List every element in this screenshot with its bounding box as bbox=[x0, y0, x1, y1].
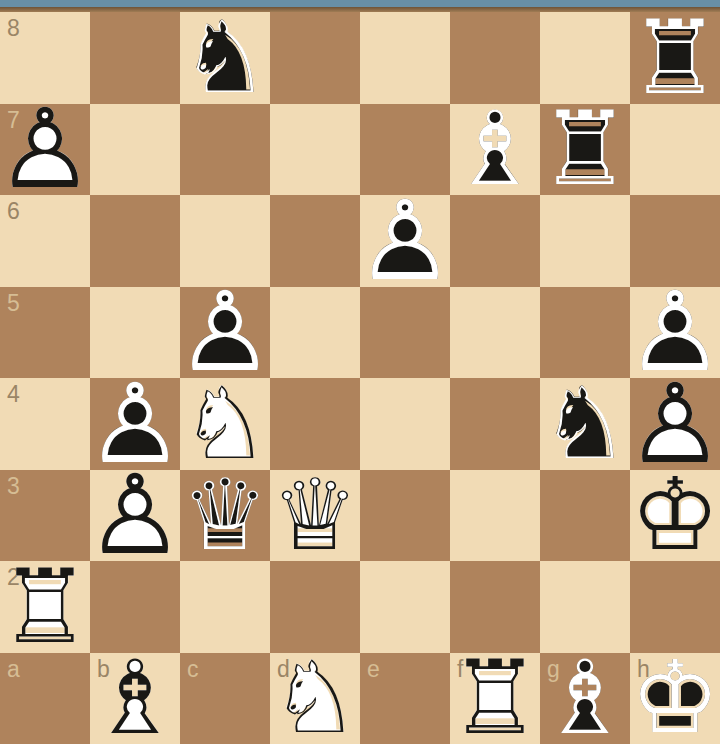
square-e1[interactable]: e bbox=[360, 653, 450, 744]
square-c4[interactable]: ♞♘ bbox=[180, 378, 270, 470]
square-b3[interactable]: ♟♙ bbox=[90, 470, 180, 562]
square-c8[interactable]: ♞♘ bbox=[180, 12, 270, 104]
piece-black-queen[interactable]: ♛♕ bbox=[180, 470, 270, 562]
piece-black-knight[interactable]: ♞♘ bbox=[180, 12, 270, 104]
coord-rank-5: 5 bbox=[7, 290, 20, 316]
black-queen-glyph: ♛ bbox=[180, 470, 270, 562]
square-g7[interactable]: ♜♖ bbox=[540, 104, 630, 196]
square-f6[interactable] bbox=[450, 195, 540, 287]
white-pawn-glyph: ♟ bbox=[630, 378, 720, 470]
piece-black-rook[interactable]: ♜♖ bbox=[630, 12, 720, 104]
white-king-glyph: ♚ bbox=[630, 470, 720, 562]
piece-white-rook[interactable]: ♜♖ bbox=[0, 561, 90, 653]
square-d4[interactable] bbox=[270, 378, 360, 470]
square-b5[interactable] bbox=[90, 287, 180, 379]
black-knight-outline-glyph: ♘ bbox=[180, 12, 270, 104]
white-rook-glyph: ♜ bbox=[0, 561, 90, 653]
square-e7[interactable] bbox=[360, 104, 450, 196]
square-d8[interactable] bbox=[270, 12, 360, 104]
square-d7[interactable] bbox=[270, 104, 360, 196]
white-pawn-glyph: ♟ bbox=[0, 104, 90, 196]
white-knight-glyph: ♞ bbox=[270, 653, 360, 744]
square-b6[interactable] bbox=[90, 195, 180, 287]
square-d3[interactable]: ♛♕ bbox=[270, 470, 360, 562]
piece-black-rook[interactable]: ♜♖ bbox=[540, 104, 630, 196]
square-g8[interactable] bbox=[540, 12, 630, 104]
square-h1[interactable]: h♚♔ bbox=[630, 653, 720, 744]
piece-white-pawn[interactable]: ♟♙ bbox=[0, 104, 90, 196]
piece-white-knight[interactable]: ♞♘ bbox=[180, 378, 270, 470]
white-bishop-outline-glyph: ♗ bbox=[90, 653, 180, 744]
square-c5[interactable]: ♟♙ bbox=[180, 287, 270, 379]
black-knight-glyph: ♞ bbox=[540, 378, 630, 470]
square-g6[interactable] bbox=[540, 195, 630, 287]
square-c1[interactable]: c bbox=[180, 653, 270, 744]
piece-black-knight[interactable]: ♞♘ bbox=[540, 378, 630, 470]
square-e2[interactable] bbox=[360, 561, 450, 653]
square-a8[interactable]: 8 bbox=[0, 12, 90, 104]
square-a2[interactable]: 2♜♖ bbox=[0, 561, 90, 653]
square-h8[interactable]: ♜♖ bbox=[630, 12, 720, 104]
square-f4[interactable] bbox=[450, 378, 540, 470]
square-e4[interactable] bbox=[360, 378, 450, 470]
black-pawn-glyph: ♟ bbox=[630, 287, 720, 379]
white-pawn-outline-glyph: ♙ bbox=[0, 104, 90, 196]
square-d6[interactable] bbox=[270, 195, 360, 287]
square-g1[interactable]: g♝♗ bbox=[540, 653, 630, 744]
square-f2[interactable] bbox=[450, 561, 540, 653]
coord-file-e: e bbox=[367, 656, 380, 682]
chess-app: 8♞♘♜♖7♟♙♝♗♜♖6♟♙5♟♙♟♙4♟♙♞♘♞♘♟♙3♟♙♛♕♛♕♚♔2♜… bbox=[0, 0, 720, 744]
black-knight-outline-glyph: ♘ bbox=[540, 378, 630, 470]
square-e6[interactable]: ♟♙ bbox=[360, 195, 450, 287]
black-pawn-outline-glyph: ♙ bbox=[630, 287, 720, 379]
square-a6[interactable]: 6 bbox=[0, 195, 90, 287]
black-rook-outline-glyph: ♖ bbox=[630, 12, 720, 104]
piece-black-pawn[interactable]: ♟♙ bbox=[630, 287, 720, 379]
black-pawn-outline-glyph: ♙ bbox=[180, 287, 270, 379]
square-a5[interactable]: 5 bbox=[0, 287, 90, 379]
square-g5[interactable] bbox=[540, 287, 630, 379]
square-a1[interactable]: a bbox=[0, 653, 90, 744]
coord-rank-3: 3 bbox=[7, 473, 20, 499]
black-queen-outline-glyph: ♕ bbox=[180, 470, 270, 562]
status-bar bbox=[0, 0, 720, 7]
black-bishop-outline-glyph: ♗ bbox=[450, 104, 540, 196]
piece-black-king[interactable]: ♚♔ bbox=[630, 653, 720, 744]
square-h4[interactable]: ♟♙ bbox=[630, 378, 720, 470]
square-f8[interactable] bbox=[450, 12, 540, 104]
square-b2[interactable] bbox=[90, 561, 180, 653]
piece-black-pawn[interactable]: ♟♙ bbox=[180, 287, 270, 379]
white-bishop-glyph: ♝ bbox=[90, 653, 180, 744]
square-e5[interactable] bbox=[360, 287, 450, 379]
square-h2[interactable] bbox=[630, 561, 720, 653]
piece-white-rook[interactable]: ♜♖ bbox=[450, 653, 540, 744]
piece-white-pawn[interactable]: ♟♙ bbox=[630, 378, 720, 470]
piece-white-pawn[interactable]: ♟♙ bbox=[90, 470, 180, 562]
black-king-outline-glyph: ♔ bbox=[630, 653, 720, 744]
square-e3[interactable] bbox=[360, 470, 450, 562]
square-h7[interactable] bbox=[630, 104, 720, 196]
white-pawn-outline-glyph: ♙ bbox=[630, 378, 720, 470]
square-a7[interactable]: 7♟♙ bbox=[0, 104, 90, 196]
black-knight-glyph: ♞ bbox=[180, 12, 270, 104]
black-pawn-glyph: ♟ bbox=[90, 378, 180, 470]
coord-rank-6: 6 bbox=[7, 198, 20, 224]
white-knight-outline-glyph: ♘ bbox=[180, 378, 270, 470]
square-g3[interactable] bbox=[540, 470, 630, 562]
black-bishop-outline-glyph: ♗ bbox=[540, 653, 630, 744]
chess-board: 8♞♘♜♖7♟♙♝♗♜♖6♟♙5♟♙♟♙4♟♙♞♘♞♘♟♙3♟♙♛♕♛♕♚♔2♜… bbox=[0, 12, 720, 744]
piece-white-knight[interactable]: ♞♘ bbox=[270, 653, 360, 744]
square-b7[interactable] bbox=[90, 104, 180, 196]
square-g2[interactable] bbox=[540, 561, 630, 653]
black-king-glyph: ♚ bbox=[630, 653, 720, 744]
piece-black-pawn[interactable]: ♟♙ bbox=[360, 195, 450, 287]
black-pawn-outline-glyph: ♙ bbox=[360, 195, 450, 287]
coord-rank-8: 8 bbox=[7, 15, 20, 41]
square-c2[interactable] bbox=[180, 561, 270, 653]
black-bishop-glyph: ♝ bbox=[450, 104, 540, 196]
coord-rank-4: 4 bbox=[7, 381, 20, 407]
black-rook-glyph: ♜ bbox=[540, 104, 630, 196]
square-a3[interactable]: 3 bbox=[0, 470, 90, 562]
piece-white-king[interactable]: ♚♔ bbox=[630, 470, 720, 562]
black-rook-glyph: ♜ bbox=[630, 12, 720, 104]
square-h6[interactable] bbox=[630, 195, 720, 287]
square-g4[interactable]: ♞♘ bbox=[540, 378, 630, 470]
black-rook-outline-glyph: ♖ bbox=[540, 104, 630, 196]
white-rook-outline-glyph: ♖ bbox=[0, 561, 90, 653]
square-d5[interactable] bbox=[270, 287, 360, 379]
black-bishop-glyph: ♝ bbox=[540, 653, 630, 744]
black-pawn-outline-glyph: ♙ bbox=[90, 378, 180, 470]
square-b1[interactable]: b♝♗ bbox=[90, 653, 180, 744]
square-c3[interactable]: ♛♕ bbox=[180, 470, 270, 562]
square-a4[interactable]: 4 bbox=[0, 378, 90, 470]
piece-white-bishop[interactable]: ♝♗ bbox=[90, 653, 180, 744]
square-f5[interactable] bbox=[450, 287, 540, 379]
piece-white-queen[interactable]: ♛♕ bbox=[270, 470, 360, 562]
black-pawn-glyph: ♟ bbox=[360, 195, 450, 287]
square-e8[interactable] bbox=[360, 12, 450, 104]
coord-file-a: a bbox=[7, 656, 20, 682]
white-pawn-glyph: ♟ bbox=[90, 470, 180, 562]
square-d1[interactable]: d♞♘ bbox=[270, 653, 360, 744]
white-rook-outline-glyph: ♖ bbox=[450, 653, 540, 744]
black-pawn-glyph: ♟ bbox=[180, 287, 270, 379]
piece-black-bishop[interactable]: ♝♗ bbox=[450, 104, 540, 196]
square-f1[interactable]: f♜♖ bbox=[450, 653, 540, 744]
white-king-outline-glyph: ♔ bbox=[630, 470, 720, 562]
white-rook-glyph: ♜ bbox=[450, 653, 540, 744]
square-c7[interactable] bbox=[180, 104, 270, 196]
piece-black-pawn[interactable]: ♟♙ bbox=[90, 378, 180, 470]
square-f3[interactable] bbox=[450, 470, 540, 562]
white-queen-glyph: ♛ bbox=[270, 470, 360, 562]
white-knight-glyph: ♞ bbox=[180, 378, 270, 470]
square-d2[interactable] bbox=[270, 561, 360, 653]
square-c6[interactable] bbox=[180, 195, 270, 287]
white-knight-outline-glyph: ♘ bbox=[270, 653, 360, 744]
coord-file-c: c bbox=[187, 656, 199, 682]
white-pawn-outline-glyph: ♙ bbox=[90, 470, 180, 562]
square-h5[interactable]: ♟♙ bbox=[630, 287, 720, 379]
square-f7[interactable]: ♝♗ bbox=[450, 104, 540, 196]
square-b4[interactable]: ♟♙ bbox=[90, 378, 180, 470]
piece-black-bishop[interactable]: ♝♗ bbox=[540, 653, 630, 744]
square-h3[interactable]: ♚♔ bbox=[630, 470, 720, 562]
square-b8[interactable] bbox=[90, 12, 180, 104]
white-queen-outline-glyph: ♕ bbox=[270, 470, 360, 562]
